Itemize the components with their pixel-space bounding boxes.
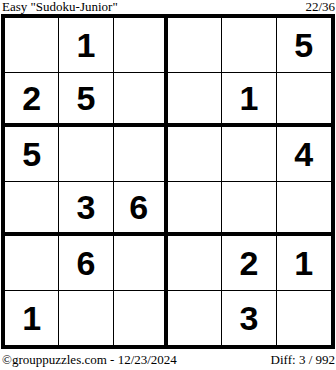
cell-empty[interactable] <box>168 18 222 73</box>
cell-given: 3 <box>59 182 113 237</box>
cell-given: 6 <box>59 236 113 291</box>
cell-empty[interactable] <box>168 236 222 291</box>
cell-given: 1 <box>222 73 276 128</box>
cell-given: 6 <box>114 182 168 237</box>
cell-given: 5 <box>59 73 113 128</box>
cell-empty[interactable] <box>168 73 222 128</box>
cell-empty[interactable] <box>114 291 168 346</box>
cell-empty[interactable] <box>59 127 113 182</box>
cell-given: 4 <box>277 127 331 182</box>
cell-given: 2 <box>5 73 59 128</box>
puzzle-page: Easy "Sudoku-Junior" 22/36 1525154366211… <box>0 0 336 370</box>
cell-given: 1 <box>59 18 113 73</box>
cell-empty[interactable] <box>168 291 222 346</box>
cell-empty[interactable] <box>277 182 331 237</box>
cell-empty[interactable] <box>222 18 276 73</box>
cell-empty[interactable] <box>168 127 222 182</box>
cell-given: 5 <box>5 127 59 182</box>
cell-empty[interactable] <box>5 18 59 73</box>
cell-empty[interactable] <box>168 182 222 237</box>
footer: ©grouppuzzles.com - 12/23/2024 Diff: 3 /… <box>0 351 336 367</box>
cell-empty[interactable] <box>277 291 331 346</box>
cell-empty[interactable] <box>114 236 168 291</box>
sudoku-grid: 15251543662113 <box>1 14 335 349</box>
cell-given: 5 <box>277 18 331 73</box>
cell-given: 1 <box>277 236 331 291</box>
cell-empty[interactable] <box>59 291 113 346</box>
header: Easy "Sudoku-Junior" 22/36 <box>0 0 336 14</box>
cell-given: 1 <box>5 291 59 346</box>
difficulty-text: Diff: 3 / 992 <box>271 352 335 367</box>
cell-empty[interactable] <box>114 18 168 73</box>
cell-empty[interactable] <box>277 73 331 128</box>
page-title: Easy "Sudoku-Junior" <box>2 0 118 14</box>
cell-empty[interactable] <box>114 73 168 128</box>
cell-empty[interactable] <box>5 236 59 291</box>
cell-empty[interactable] <box>222 182 276 237</box>
copyright-text: ©grouppuzzles.com - 12/23/2024 <box>2 352 177 367</box>
cell-empty[interactable] <box>5 182 59 237</box>
cell-given: 2 <box>222 236 276 291</box>
cell-given: 3 <box>222 291 276 346</box>
givens-counter: 22/36 <box>305 0 335 14</box>
cell-empty[interactable] <box>222 127 276 182</box>
cell-empty[interactable] <box>114 127 168 182</box>
